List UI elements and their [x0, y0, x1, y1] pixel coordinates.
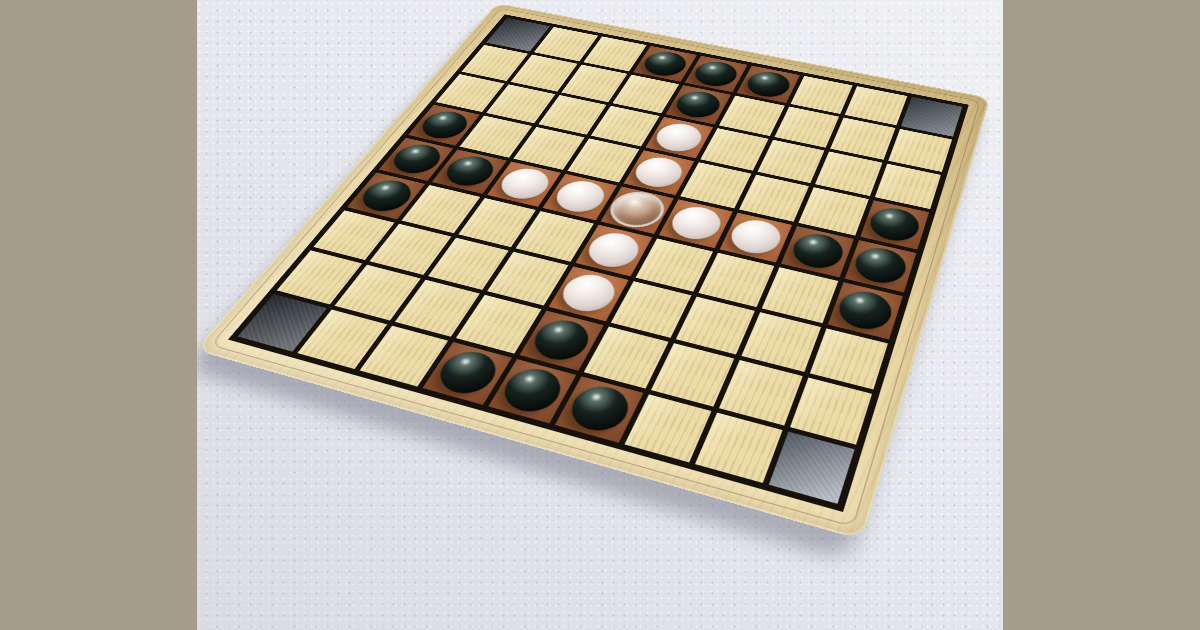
piece-attacker-black-e9[interactable] [690, 59, 743, 90]
piece-attacker-black-f9[interactable] [742, 69, 794, 100]
tablut-board-frame [195, 3, 990, 540]
piece-attacker-black-i5[interactable] [850, 244, 910, 288]
piece-king-glass-e5[interactable] [603, 188, 672, 233]
piece-defender-white-d5[interactable] [549, 177, 611, 216]
piece-attacker-black-b5[interactable] [439, 153, 501, 190]
piece-defender-white-e4[interactable] [582, 229, 646, 272]
cell-h1[interactable] [695, 412, 782, 483]
piece-attacker-black-i6[interactable] [866, 204, 924, 245]
piece-defender-white-g5[interactable] [725, 216, 786, 258]
piece-attacker-black-e8[interactable] [671, 88, 726, 121]
piece-defender-white-c5[interactable] [493, 165, 555, 203]
piece-attacker-black-e1[interactable] [496, 364, 570, 418]
piece-attacker-black-d1[interactable] [431, 347, 505, 399]
piece-attacker-black-f1[interactable] [563, 381, 636, 437]
photo-background [0, 0, 1200, 630]
letterbox-right [1003, 0, 1200, 630]
cell-i1[interactable] [768, 431, 854, 504]
piece-attacker-black-e2[interactable] [527, 315, 597, 365]
letterbox-left [0, 0, 197, 630]
piece-attacker-black-d9[interactable] [639, 49, 692, 79]
piece-defender-white-e3[interactable] [555, 271, 622, 317]
piece-defender-white-e6[interactable] [629, 154, 688, 191]
piece-defender-white-f5[interactable] [665, 203, 726, 244]
board-grid [228, 14, 969, 512]
piece-attacker-black-i4[interactable] [834, 287, 897, 334]
piece-defender-white-e7[interactable] [651, 120, 708, 155]
piece-attacker-black-h5[interactable] [787, 230, 847, 273]
piece-attacker-black-a6[interactable] [414, 108, 474, 142]
piece-attacker-black-a5[interactable] [385, 141, 447, 177]
